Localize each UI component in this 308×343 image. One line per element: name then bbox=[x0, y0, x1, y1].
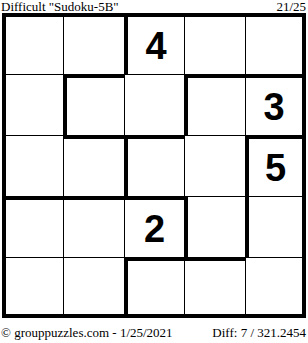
cell-r3c3[interactable] bbox=[124, 135, 185, 196]
cell-r4c2[interactable] bbox=[63, 196, 124, 257]
cell-r5c5[interactable] bbox=[245, 257, 306, 318]
sudoku-board: 4352 bbox=[2, 13, 306, 318]
puzzle-counter: 21/25 bbox=[276, 0, 306, 13]
cell-r3c5[interactable]: 5 bbox=[245, 135, 306, 196]
cell-r1c3[interactable]: 4 bbox=[124, 13, 185, 74]
cell-r3c2[interactable] bbox=[63, 135, 124, 196]
cell-r2c4[interactable] bbox=[184, 74, 245, 135]
cell-r5c4[interactable] bbox=[184, 257, 245, 318]
header: Difficult "Sudoku-5B" 21/25 bbox=[1, 0, 306, 13]
cell-r2c3[interactable] bbox=[124, 74, 185, 135]
cell-r2c5[interactable]: 3 bbox=[245, 74, 306, 135]
cell-r3c1[interactable] bbox=[2, 135, 63, 196]
cell-r4c4[interactable] bbox=[184, 196, 245, 257]
puzzle-title: Difficult "Sudoku-5B" bbox=[1, 0, 119, 13]
cell-r2c2[interactable] bbox=[63, 74, 124, 135]
cell-r2c1[interactable] bbox=[2, 74, 63, 135]
puzzle-page: Difficult "Sudoku-5B" 21/25 4352 © group… bbox=[0, 0, 308, 343]
cell-r1c2[interactable] bbox=[63, 13, 124, 74]
cell-r4c1[interactable] bbox=[2, 196, 63, 257]
cell-r5c3[interactable] bbox=[124, 257, 185, 318]
cell-r5c2[interactable] bbox=[63, 257, 124, 318]
cell-r1c5[interactable] bbox=[245, 13, 306, 74]
cell-r4c3[interactable]: 2 bbox=[124, 196, 185, 257]
cell-r1c4[interactable] bbox=[184, 13, 245, 74]
difficulty-text: Diff: 7 / 321.2454 bbox=[212, 325, 306, 340]
copyright-text: © grouppuzzles.com - 1/25/2021 bbox=[1, 325, 173, 340]
cell-r5c1[interactable] bbox=[2, 257, 63, 318]
footer: © grouppuzzles.com - 1/25/2021 Diff: 7 /… bbox=[1, 325, 306, 340]
cell-r4c5[interactable] bbox=[245, 196, 306, 257]
cell-r3c4[interactable] bbox=[184, 135, 245, 196]
cell-r1c1[interactable] bbox=[2, 13, 63, 74]
